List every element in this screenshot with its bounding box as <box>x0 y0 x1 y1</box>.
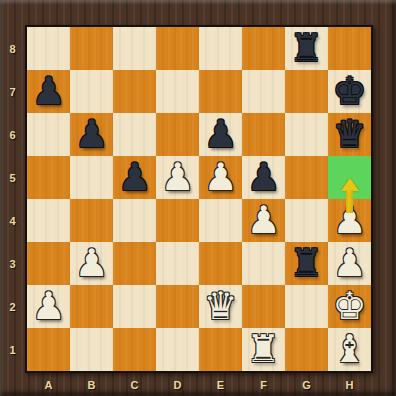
square-c6[interactable] <box>113 113 156 156</box>
chess-board-frame: 87654321 ABCDEFGH ♜♟♚♟♟♛♟♟♟♟♟♟♟♜♟♟♛♚♜♝ <box>0 0 396 396</box>
square-f1[interactable]: ♜ <box>242 328 285 371</box>
square-e5[interactable]: ♟ <box>199 156 242 199</box>
chess-board: ♜♟♚♟♟♛♟♟♟♟♟♟♟♜♟♟♛♚♜♝ <box>25 25 373 373</box>
piece-black-rook[interactable]: ♜ <box>289 242 323 285</box>
file-label-g: G <box>285 373 328 396</box>
square-g4[interactable] <box>285 199 328 242</box>
piece-white-pawn[interactable]: ♟ <box>203 156 237 199</box>
piece-white-pawn[interactable]: ♟ <box>332 242 366 285</box>
rank-label-4: 4 <box>0 199 25 242</box>
square-a1[interactable] <box>27 328 70 371</box>
rank-label-5: 5 <box>0 156 25 199</box>
piece-black-pawn[interactable]: ♟ <box>203 113 237 156</box>
square-a3[interactable] <box>27 242 70 285</box>
square-h3[interactable]: ♟ <box>328 242 371 285</box>
square-a6[interactable] <box>27 113 70 156</box>
square-b8[interactable] <box>70 27 113 70</box>
square-a7[interactable]: ♟ <box>27 70 70 113</box>
square-h8[interactable] <box>328 27 371 70</box>
piece-white-queen[interactable]: ♛ <box>203 285 237 328</box>
square-b4[interactable] <box>70 199 113 242</box>
square-f4[interactable]: ♟ <box>242 199 285 242</box>
square-g6[interactable] <box>285 113 328 156</box>
file-label-f: F <box>242 373 285 396</box>
piece-white-pawn[interactable]: ♟ <box>31 285 65 328</box>
square-f3[interactable] <box>242 242 285 285</box>
square-e8[interactable] <box>199 27 242 70</box>
piece-white-pawn[interactable]: ♟ <box>74 242 108 285</box>
square-f7[interactable] <box>242 70 285 113</box>
square-f6[interactable] <box>242 113 285 156</box>
square-g1[interactable] <box>285 328 328 371</box>
file-label-a: A <box>27 373 70 396</box>
square-b3[interactable]: ♟ <box>70 242 113 285</box>
piece-white-rook[interactable]: ♜ <box>246 328 280 371</box>
square-c3[interactable] <box>113 242 156 285</box>
rank-label-8: 8 <box>0 27 25 70</box>
rank-label-7: 7 <box>0 70 25 113</box>
square-a2[interactable]: ♟ <box>27 285 70 328</box>
square-c7[interactable] <box>113 70 156 113</box>
piece-black-king[interactable]: ♚ <box>332 70 366 113</box>
piece-white-bishop[interactable]: ♝ <box>332 328 366 371</box>
square-f5[interactable]: ♟ <box>242 156 285 199</box>
square-e7[interactable] <box>199 70 242 113</box>
square-g7[interactable] <box>285 70 328 113</box>
file-labels: ABCDEFGH <box>27 373 371 396</box>
piece-black-pawn[interactable]: ♟ <box>117 156 151 199</box>
piece-white-pawn[interactable]: ♟ <box>246 199 280 242</box>
piece-white-pawn[interactable]: ♟ <box>160 156 194 199</box>
piece-black-queen[interactable]: ♛ <box>332 113 366 156</box>
piece-black-pawn[interactable]: ♟ <box>246 156 280 199</box>
square-g2[interactable] <box>285 285 328 328</box>
square-g5[interactable] <box>285 156 328 199</box>
square-d7[interactable] <box>156 70 199 113</box>
file-label-d: D <box>156 373 199 396</box>
square-b7[interactable] <box>70 70 113 113</box>
square-d3[interactable] <box>156 242 199 285</box>
file-label-c: C <box>113 373 156 396</box>
board-grid: ♜♟♚♟♟♛♟♟♟♟♟♟♟♜♟♟♛♚♜♝ <box>27 27 371 371</box>
file-label-h: H <box>328 373 371 396</box>
square-d8[interactable] <box>156 27 199 70</box>
square-a5[interactable] <box>27 156 70 199</box>
square-g8[interactable]: ♜ <box>285 27 328 70</box>
square-e1[interactable] <box>199 328 242 371</box>
rank-label-2: 2 <box>0 285 25 328</box>
piece-white-pawn[interactable]: ♟ <box>332 199 366 242</box>
square-b6[interactable]: ♟ <box>70 113 113 156</box>
square-b2[interactable] <box>70 285 113 328</box>
rank-label-3: 3 <box>0 242 25 285</box>
rank-label-6: 6 <box>0 113 25 156</box>
square-b5[interactable] <box>70 156 113 199</box>
square-d6[interactable] <box>156 113 199 156</box>
square-c4[interactable] <box>113 199 156 242</box>
square-h6[interactable]: ♛ <box>328 113 371 156</box>
file-label-b: B <box>70 373 113 396</box>
file-label-e: E <box>199 373 242 396</box>
square-h1[interactable]: ♝ <box>328 328 371 371</box>
piece-black-pawn[interactable]: ♟ <box>74 113 108 156</box>
piece-black-rook[interactable]: ♜ <box>289 27 323 70</box>
rank-label-1: 1 <box>0 328 25 371</box>
square-d4[interactable] <box>156 199 199 242</box>
square-e6[interactable]: ♟ <box>199 113 242 156</box>
square-d2[interactable] <box>156 285 199 328</box>
square-f2[interactable] <box>242 285 285 328</box>
square-h2[interactable]: ♚ <box>328 285 371 328</box>
rank-labels: 87654321 <box>0 27 25 371</box>
square-c2[interactable] <box>113 285 156 328</box>
square-a8[interactable] <box>27 27 70 70</box>
piece-white-king[interactable]: ♚ <box>332 285 366 328</box>
square-c8[interactable] <box>113 27 156 70</box>
square-e4[interactable] <box>199 199 242 242</box>
square-d1[interactable] <box>156 328 199 371</box>
square-b1[interactable] <box>70 328 113 371</box>
square-h5[interactable] <box>328 156 371 199</box>
piece-black-pawn[interactable]: ♟ <box>31 70 65 113</box>
square-g3[interactable]: ♜ <box>285 242 328 285</box>
square-c1[interactable] <box>113 328 156 371</box>
square-c5[interactable]: ♟ <box>113 156 156 199</box>
square-a4[interactable] <box>27 199 70 242</box>
square-f8[interactable] <box>242 27 285 70</box>
square-e2[interactable]: ♛ <box>199 285 242 328</box>
square-h4[interactable]: ♟ <box>328 199 371 242</box>
square-d5[interactable]: ♟ <box>156 156 199 199</box>
square-e3[interactable] <box>199 242 242 285</box>
square-h7[interactable]: ♚ <box>328 70 371 113</box>
